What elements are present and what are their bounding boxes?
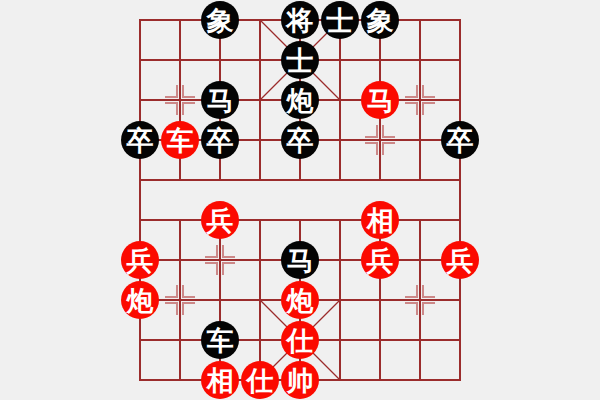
- intersection-8-9[interactable]: [440, 360, 480, 400]
- red-soldier[interactable]: 兵: [121, 241, 159, 279]
- point-marker: [165, 285, 195, 315]
- intersection-7-5[interactable]: [400, 200, 440, 240]
- intersection-6-1[interactable]: [360, 40, 400, 80]
- intersection-2-2[interactable]: 马: [200, 80, 240, 120]
- point-marker: [405, 285, 435, 315]
- intersection-7-4[interactable]: [400, 160, 440, 200]
- intersection-8-0[interactable]: [440, 0, 480, 40]
- intersection-2-4[interactable]: [200, 160, 240, 200]
- intersection-1-2[interactable]: [160, 80, 200, 120]
- point-marker-corner: [405, 102, 418, 115]
- point-marker-corner: [182, 302, 195, 315]
- intersection-4-7[interactable]: 炮: [280, 280, 320, 320]
- intersection-0-7[interactable]: 炮: [120, 280, 160, 320]
- red-advisor[interactable]: 仕: [281, 321, 319, 359]
- point-marker: [205, 245, 235, 275]
- point-marker: [165, 85, 195, 115]
- intersection-2-0[interactable]: 象: [200, 0, 240, 40]
- black-horse[interactable]: 马: [281, 241, 319, 279]
- intersection-5-2[interactable]: [320, 80, 360, 120]
- red-cannon[interactable]: 炮: [281, 281, 319, 319]
- point-marker-corner: [365, 142, 378, 155]
- intersection-5-8[interactable]: [320, 320, 360, 360]
- point-marker-corner: [182, 85, 195, 98]
- intersection-3-6[interactable]: [240, 240, 280, 280]
- point-marker-corner: [182, 285, 195, 298]
- intersection-6-8[interactable]: [360, 320, 400, 360]
- black-advisor[interactable]: 士: [321, 1, 359, 39]
- red-advisor[interactable]: 仕: [241, 361, 279, 399]
- intersection-7-7[interactable]: [400, 280, 440, 320]
- intersection-3-7[interactable]: [240, 280, 280, 320]
- intersection-4-3[interactable]: 卒: [280, 120, 320, 160]
- point-marker-corner: [382, 142, 395, 155]
- intersection-6-0[interactable]: 象: [360, 0, 400, 40]
- intersection-8-1[interactable]: [440, 40, 480, 80]
- red-cannon[interactable]: 炮: [121, 281, 159, 319]
- black-soldier[interactable]: 卒: [281, 121, 319, 159]
- intersection-0-1[interactable]: [120, 40, 160, 80]
- intersection-3-8[interactable]: [240, 320, 280, 360]
- intersection-7-2[interactable]: [400, 80, 440, 120]
- black-soldier[interactable]: 卒: [441, 121, 479, 159]
- intersection-7-8[interactable]: [400, 320, 440, 360]
- intersection-3-4[interactable]: [240, 160, 280, 200]
- point-marker-corner: [382, 125, 395, 138]
- point-marker-corner: [405, 85, 418, 98]
- point-marker-corner: [222, 245, 235, 258]
- intersection-0-5[interactable]: [120, 200, 160, 240]
- point-marker-corner: [422, 85, 435, 98]
- intersection-3-1[interactable]: [240, 40, 280, 80]
- intersection-7-9[interactable]: [400, 360, 440, 400]
- intersection-4-1[interactable]: 士: [280, 40, 320, 80]
- intersection-0-2[interactable]: [120, 80, 160, 120]
- intersection-4-0[interactable]: 将: [280, 0, 320, 40]
- intersection-3-3[interactable]: [240, 120, 280, 160]
- intersection-5-9[interactable]: [320, 360, 360, 400]
- intersection-8-5[interactable]: [440, 200, 480, 240]
- black-general[interactable]: 将: [281, 1, 319, 39]
- intersection-2-6[interactable]: [200, 240, 240, 280]
- intersection-1-8[interactable]: [160, 320, 200, 360]
- point-marker-corner: [422, 285, 435, 298]
- intersection-3-2[interactable]: [240, 80, 280, 120]
- point-marker-corner: [422, 102, 435, 115]
- intersection-8-4[interactable]: [440, 160, 480, 200]
- red-horse[interactable]: 马: [361, 81, 399, 119]
- intersection-0-8[interactable]: [120, 320, 160, 360]
- black-elephant[interactable]: 象: [201, 1, 239, 39]
- intersection-4-5[interactable]: [280, 200, 320, 240]
- intersection-1-4[interactable]: [160, 160, 200, 200]
- intersection-1-6[interactable]: [160, 240, 200, 280]
- black-chariot[interactable]: 车: [201, 321, 239, 359]
- black-elephant[interactable]: 象: [361, 1, 399, 39]
- point-marker-corner: [165, 302, 178, 315]
- intersection-0-6[interactable]: 兵: [120, 240, 160, 280]
- intersection-8-7[interactable]: [440, 280, 480, 320]
- intersection-4-2[interactable]: 炮: [280, 80, 320, 120]
- intersection-7-6[interactable]: [400, 240, 440, 280]
- intersection-8-3[interactable]: 卒: [440, 120, 480, 160]
- point-marker-corner: [222, 262, 235, 275]
- intersection-5-7[interactable]: [320, 280, 360, 320]
- intersection-8-8[interactable]: [440, 320, 480, 360]
- xiangqi-board-screen: 象将士象士马炮马卒车卒卒卒兵相兵马兵兵炮炮车仕相仕帅: [0, 0, 600, 400]
- intersection-6-6[interactable]: 兵: [360, 240, 400, 280]
- point-marker-corner: [422, 302, 435, 315]
- intersection-6-9[interactable]: [360, 360, 400, 400]
- intersection-6-3[interactable]: [360, 120, 400, 160]
- intersection-4-4[interactable]: [280, 160, 320, 200]
- black-advisor[interactable]: 士: [281, 41, 319, 79]
- intersection-2-7[interactable]: [200, 280, 240, 320]
- intersection-4-9[interactable]: 帅: [280, 360, 320, 400]
- red-general[interactable]: 帅: [281, 361, 319, 399]
- red-soldier[interactable]: 兵: [361, 241, 399, 279]
- intersection-3-5[interactable]: [240, 200, 280, 240]
- intersection-0-3[interactable]: 卒: [120, 120, 160, 160]
- intersection-2-1[interactable]: [200, 40, 240, 80]
- intersection-0-4[interactable]: [120, 160, 160, 200]
- red-elephant[interactable]: 相: [201, 361, 239, 399]
- intersection-4-6[interactable]: 马: [280, 240, 320, 280]
- intersection-5-0[interactable]: 士: [320, 0, 360, 40]
- point-marker-corner: [182, 102, 195, 115]
- intersection-8-6[interactable]: 兵: [440, 240, 480, 280]
- point-marker-corner: [405, 302, 418, 315]
- intersection-1-0[interactable]: [160, 0, 200, 40]
- point-marker: [365, 125, 395, 155]
- red-soldier[interactable]: 兵: [441, 241, 479, 279]
- intersection-1-5[interactable]: [160, 200, 200, 240]
- intersection-0-0[interactable]: [120, 0, 160, 40]
- intersection-6-2[interactable]: 马: [360, 80, 400, 120]
- red-chariot[interactable]: 车: [161, 121, 199, 159]
- black-cannon[interactable]: 炮: [281, 81, 319, 119]
- point-marker: [405, 85, 435, 115]
- point-marker-corner: [205, 245, 218, 258]
- intersection-5-1[interactable]: [320, 40, 360, 80]
- intersection-2-3[interactable]: 卒: [200, 120, 240, 160]
- intersection-1-7[interactable]: [160, 280, 200, 320]
- intersection-7-3[interactable]: [400, 120, 440, 160]
- black-horse[interactable]: 马: [201, 81, 239, 119]
- point-marker-corner: [165, 285, 178, 298]
- intersection-7-0[interactable]: [400, 0, 440, 40]
- point-marker-corner: [365, 125, 378, 138]
- point-marker-corner: [405, 285, 418, 298]
- intersection-1-9[interactable]: [160, 360, 200, 400]
- intersection-2-9[interactable]: 相: [200, 360, 240, 400]
- intersection-5-3[interactable]: [320, 120, 360, 160]
- board-intersections: 象将士象士马炮马卒车卒卒卒兵相兵马兵兵炮炮车仕相仕帅: [120, 0, 480, 400]
- intersection-0-9[interactable]: [120, 360, 160, 400]
- point-marker-corner: [165, 102, 178, 115]
- intersection-5-5[interactable]: [320, 200, 360, 240]
- intersection-5-6[interactable]: [320, 240, 360, 280]
- intersection-5-4[interactable]: [320, 160, 360, 200]
- red-elephant[interactable]: 相: [361, 201, 399, 239]
- intersection-7-1[interactable]: [400, 40, 440, 80]
- intersection-2-5[interactable]: 兵: [200, 200, 240, 240]
- black-soldier[interactable]: 卒: [201, 121, 239, 159]
- point-marker-corner: [165, 85, 178, 98]
- intersection-8-2[interactable]: [440, 80, 480, 120]
- intersection-6-4[interactable]: [360, 160, 400, 200]
- intersection-1-1[interactable]: [160, 40, 200, 80]
- black-soldier[interactable]: 卒: [121, 121, 159, 159]
- intersection-2-8[interactable]: 车: [200, 320, 240, 360]
- intersection-3-0[interactable]: [240, 0, 280, 40]
- intersection-3-9[interactable]: 仕: [240, 360, 280, 400]
- intersection-1-3[interactable]: 车: [160, 120, 200, 160]
- intersection-6-7[interactable]: [360, 280, 400, 320]
- point-marker-corner: [205, 262, 218, 275]
- intersection-6-5[interactable]: 相: [360, 200, 400, 240]
- red-soldier[interactable]: 兵: [201, 201, 239, 239]
- intersection-4-8[interactable]: 仕: [280, 320, 320, 360]
